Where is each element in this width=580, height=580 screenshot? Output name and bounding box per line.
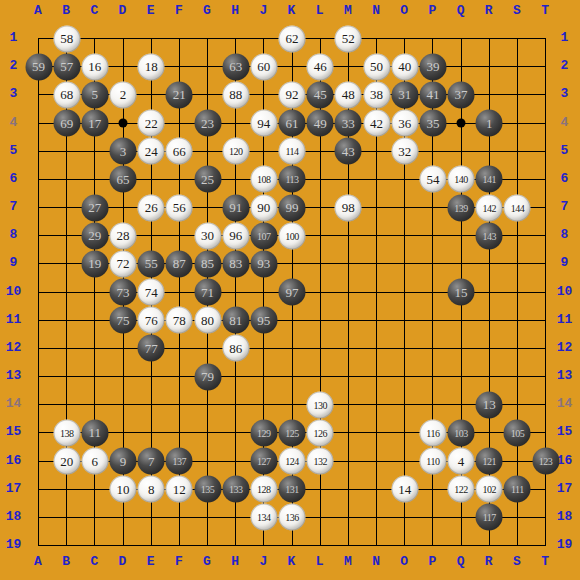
stone-black-103-Q15[interactable]: 103 (448, 419, 475, 446)
stone-black-143-R8[interactable]: 143 (476, 222, 503, 249)
stone-black-21-F3[interactable]: 21 (166, 81, 193, 108)
stone-black-123-T16[interactable]: 123 (532, 448, 559, 475)
stone-black-117-R18[interactable]: 117 (476, 504, 503, 531)
stone-white-130-L14[interactable]: 130 (307, 391, 334, 418)
stone-white-48-M3[interactable]: 48 (335, 81, 362, 108)
stone-black-29-C8[interactable]: 29 (81, 222, 108, 249)
stone-white-16-C2[interactable]: 16 (81, 53, 108, 80)
row-label-8-left: 8 (0, 228, 27, 242)
stone-black-73-D10[interactable]: 73 (110, 279, 137, 306)
col-label-D-top: D (109, 4, 137, 18)
stone-black-1-R4[interactable]: 1 (476, 110, 503, 137)
row-label-19-right: 19 (551, 538, 578, 552)
stone-white-68-B3[interactable]: 68 (53, 81, 80, 108)
stone-black-39-P2[interactable]: 39 (419, 53, 446, 80)
col-label-K-bottom: K (278, 555, 306, 569)
stone-white-4-Q16[interactable]: 4 (448, 448, 475, 475)
col-label-D-bottom: D (109, 555, 137, 569)
row-label-17-left: 17 (0, 482, 27, 496)
stone-white-92-K3[interactable]: 92 (279, 81, 306, 108)
row-label-13-left: 13 (0, 369, 27, 383)
col-label-E-top: E (137, 4, 165, 18)
stone-black-141-R6[interactable]: 141 (476, 166, 503, 193)
row-label-16-left: 16 (0, 454, 27, 468)
stone-black-7-E16[interactable]: 7 (138, 448, 165, 475)
stone-black-91-H7[interactable]: 91 (222, 194, 249, 221)
col-label-E-bottom: E (137, 555, 165, 569)
stone-white-76-E11[interactable]: 76 (138, 307, 165, 334)
stone-white-134-J18[interactable]: 134 (250, 504, 277, 531)
stone-black-37-Q3[interactable]: 37 (448, 81, 475, 108)
col-label-T-bottom: T (531, 555, 559, 569)
row-label-4-right: 4 (551, 116, 578, 130)
row-label-8-right: 8 (551, 228, 578, 242)
stone-white-46-L2[interactable]: 46 (307, 53, 334, 80)
stone-white-40-O2[interactable]: 40 (391, 53, 418, 80)
row-label-7-right: 7 (551, 200, 578, 214)
stone-black-31-O3[interactable]: 31 (391, 81, 418, 108)
col-label-Q-top: Q (447, 4, 475, 18)
stone-black-121-R16[interactable]: 121 (476, 448, 503, 475)
stone-black-25-G6[interactable]: 25 (194, 166, 221, 193)
col-label-N-top: N (362, 4, 390, 18)
stone-white-124-K16[interactable]: 124 (279, 448, 306, 475)
row-label-13-right: 13 (551, 369, 578, 383)
stone-black-23-G4[interactable]: 23 (194, 110, 221, 137)
stone-black-93-J9[interactable]: 93 (250, 250, 277, 277)
col-label-G-top: G (193, 4, 221, 18)
stone-white-62-K1[interactable]: 62 (279, 25, 306, 52)
stone-white-30-G8[interactable]: 30 (194, 222, 221, 249)
stone-black-43-M5[interactable]: 43 (335, 138, 362, 165)
stone-black-41-P3[interactable]: 41 (419, 81, 446, 108)
row-label-1-left: 1 (0, 31, 27, 45)
stone-black-45-L3[interactable]: 45 (307, 81, 334, 108)
col-label-A-bottom: A (24, 555, 52, 569)
col-label-A-top: A (24, 4, 52, 18)
col-label-F-top: F (165, 4, 193, 18)
col-label-F-bottom: F (165, 555, 193, 569)
row-label-2-left: 2 (0, 59, 27, 73)
stone-black-127-J16[interactable]: 127 (250, 448, 277, 475)
row-label-5-right: 5 (551, 144, 578, 158)
stone-black-83-H9[interactable]: 83 (222, 250, 249, 277)
stone-black-133-H17[interactable]: 133 (222, 476, 249, 503)
stone-white-98-M7[interactable]: 98 (335, 194, 362, 221)
col-label-C-bottom: C (80, 555, 108, 569)
row-label-14-left: 14 (0, 397, 27, 411)
col-label-Q-bottom: Q (447, 555, 475, 569)
stone-black-79-G13[interactable]: 79 (194, 363, 221, 390)
col-label-L-top: L (306, 4, 334, 18)
row-label-5-left: 5 (0, 144, 27, 158)
stone-black-9-D16[interactable]: 9 (110, 448, 137, 475)
col-label-L-bottom: L (306, 555, 334, 569)
stone-white-50-N2[interactable]: 50 (363, 53, 390, 80)
row-label-2-right: 2 (551, 59, 578, 73)
col-label-M-top: M (334, 4, 362, 18)
stone-white-96-H8[interactable]: 96 (222, 222, 249, 249)
stone-black-55-E9[interactable]: 55 (138, 250, 165, 277)
row-label-3-right: 3 (551, 87, 578, 101)
row-label-1-right: 1 (551, 31, 578, 45)
stone-black-11-C15[interactable]: 11 (81, 419, 108, 446)
col-label-R-bottom: R (475, 555, 503, 569)
stone-black-129-J15[interactable]: 129 (250, 419, 277, 446)
row-label-10-right: 10 (551, 285, 578, 299)
row-label-11-left: 11 (0, 313, 27, 327)
stone-black-65-D6[interactable]: 65 (110, 166, 137, 193)
stone-black-17-C4[interactable]: 17 (81, 110, 108, 137)
stone-white-132-L16[interactable]: 132 (307, 448, 334, 475)
stone-white-28-D8[interactable]: 28 (110, 222, 137, 249)
stone-black-81-H11[interactable]: 81 (222, 307, 249, 334)
stone-white-102-R17[interactable]: 102 (476, 476, 503, 503)
col-label-O-top: O (390, 4, 418, 18)
stone-black-71-G10[interactable]: 71 (194, 279, 221, 306)
row-label-4-left: 4 (0, 116, 27, 130)
stone-white-108-J6[interactable]: 108 (250, 166, 277, 193)
stone-black-99-K7[interactable]: 99 (279, 194, 306, 221)
stone-black-3-D5[interactable]: 3 (110, 138, 137, 165)
col-label-J-top: J (249, 4, 277, 18)
row-label-14-right: 14 (551, 397, 578, 411)
col-label-H-bottom: H (221, 555, 249, 569)
stone-black-131-K17[interactable]: 131 (279, 476, 306, 503)
stone-white-42-N4[interactable]: 42 (363, 110, 390, 137)
stone-white-94-J4[interactable]: 94 (250, 110, 277, 137)
stone-black-97-K10[interactable]: 97 (279, 279, 306, 306)
stone-black-13-R14[interactable]: 13 (476, 391, 503, 418)
stone-white-24-E5[interactable]: 24 (138, 138, 165, 165)
stone-white-86-H12[interactable]: 86 (222, 335, 249, 362)
stone-white-36-O4[interactable]: 36 (391, 110, 418, 137)
col-label-K-top: K (278, 4, 306, 18)
col-label-C-top: C (80, 4, 108, 18)
row-label-6-left: 6 (0, 172, 27, 186)
stone-white-18-E2[interactable]: 18 (138, 53, 165, 80)
row-label-3-left: 3 (0, 87, 27, 101)
hoshi-Q4 (457, 119, 466, 128)
stone-black-49-L4[interactable]: 49 (307, 110, 334, 137)
stone-black-113-K6[interactable]: 113 (279, 166, 306, 193)
stone-black-105-S15[interactable]: 105 (504, 419, 531, 446)
stone-black-5-C3[interactable]: 5 (81, 81, 108, 108)
stone-black-85-G9[interactable]: 85 (194, 250, 221, 277)
stone-black-57-B2[interactable]: 57 (53, 53, 80, 80)
stone-black-137-F16[interactable]: 137 (166, 448, 193, 475)
stone-white-38-N3[interactable]: 38 (363, 81, 390, 108)
col-label-R-top: R (475, 4, 503, 18)
stone-white-12-F17[interactable]: 12 (166, 476, 193, 503)
stone-white-136-K18[interactable]: 136 (279, 504, 306, 531)
stone-white-142-R7[interactable]: 142 (476, 194, 503, 221)
stone-white-90-J7[interactable]: 90 (250, 194, 277, 221)
col-label-O-bottom: O (390, 555, 418, 569)
stone-white-6-C16[interactable]: 6 (81, 448, 108, 475)
stone-black-15-Q10[interactable]: 15 (448, 279, 475, 306)
stone-white-60-J2[interactable]: 60 (250, 53, 277, 80)
stone-white-58-B1[interactable]: 58 (53, 25, 80, 52)
row-label-7-left: 7 (0, 200, 27, 214)
row-label-12-left: 12 (0, 341, 27, 355)
stone-white-78-F11[interactable]: 78 (166, 307, 193, 334)
stone-black-19-C9[interactable]: 19 (81, 250, 108, 277)
stone-black-35-P4[interactable]: 35 (419, 110, 446, 137)
stone-black-33-M4[interactable]: 33 (335, 110, 362, 137)
stone-white-122-Q17[interactable]: 122 (448, 476, 475, 503)
stone-black-61-K4[interactable]: 61 (279, 110, 306, 137)
row-label-18-left: 18 (0, 510, 27, 524)
stone-white-26-E7[interactable]: 26 (138, 194, 165, 221)
stone-white-144-S7[interactable]: 144 (504, 194, 531, 221)
col-label-S-top: S (503, 4, 531, 18)
stone-white-10-D17[interactable]: 10 (110, 476, 137, 503)
row-label-19-left: 19 (0, 538, 27, 552)
stone-white-110-P16[interactable]: 110 (419, 448, 446, 475)
stone-black-59-A2[interactable]: 59 (25, 53, 52, 80)
stone-white-8-E17[interactable]: 8 (138, 476, 165, 503)
stone-black-69-B4[interactable]: 69 (53, 110, 80, 137)
stone-black-77-E12[interactable]: 77 (138, 335, 165, 362)
row-label-15-left: 15 (0, 425, 27, 439)
row-label-9-right: 9 (551, 256, 578, 270)
stone-white-114-K5[interactable]: 114 (279, 138, 306, 165)
row-label-17-right: 17 (551, 482, 578, 496)
stone-white-80-G11[interactable]: 80 (194, 307, 221, 334)
row-label-10-left: 10 (0, 285, 27, 299)
row-label-15-right: 15 (551, 425, 578, 439)
go-board: AABBCCDDEEFFGGHHJJKKLLMMNNOOPPQQRRSSTT11… (0, 0, 580, 580)
stone-white-52-M1[interactable]: 52 (335, 25, 362, 52)
stone-white-128-J17[interactable]: 128 (250, 476, 277, 503)
hoshi-D4 (119, 119, 128, 128)
stone-white-140-Q6[interactable]: 140 (448, 166, 475, 193)
row-label-11-right: 11 (551, 313, 578, 327)
stone-black-107-J8[interactable]: 107 (250, 222, 277, 249)
stone-black-139-Q7[interactable]: 139 (448, 194, 475, 221)
col-label-P-bottom: P (418, 555, 446, 569)
col-label-H-top: H (221, 4, 249, 18)
stone-white-126-L15[interactable]: 126 (307, 419, 334, 446)
col-label-J-bottom: J (249, 555, 277, 569)
stone-white-100-K8[interactable]: 100 (279, 222, 306, 249)
stone-white-88-H3[interactable]: 88 (222, 81, 249, 108)
col-label-B-top: B (52, 4, 80, 18)
col-label-B-bottom: B (52, 555, 80, 569)
col-label-N-bottom: N (362, 555, 390, 569)
stone-black-125-K15[interactable]: 125 (279, 419, 306, 446)
stone-white-22-E4[interactable]: 22 (138, 110, 165, 137)
stone-black-135-G17[interactable]: 135 (194, 476, 221, 503)
row-label-18-right: 18 (551, 510, 578, 524)
stone-white-120-H5[interactable]: 120 (222, 138, 249, 165)
stone-black-111-S17[interactable]: 111 (504, 476, 531, 503)
stone-black-87-F9[interactable]: 87 (166, 250, 193, 277)
stone-white-32-O5[interactable]: 32 (391, 138, 418, 165)
stone-white-138-B15[interactable]: 138 (53, 419, 80, 446)
stone-white-54-P6[interactable]: 54 (419, 166, 446, 193)
stone-white-72-D9[interactable]: 72 (110, 250, 137, 277)
row-label-6-right: 6 (551, 172, 578, 186)
col-label-G-bottom: G (193, 555, 221, 569)
col-label-M-bottom: M (334, 555, 362, 569)
stone-white-20-B16[interactable]: 20 (53, 448, 80, 475)
stone-white-14-O17[interactable]: 14 (391, 476, 418, 503)
stone-black-63-H2[interactable]: 63 (222, 53, 249, 80)
col-label-T-top: T (531, 4, 559, 18)
row-label-12-right: 12 (551, 341, 578, 355)
stone-white-56-F7[interactable]: 56 (166, 194, 193, 221)
stone-black-95-J11[interactable]: 95 (250, 307, 277, 334)
stone-black-75-D11[interactable]: 75 (110, 307, 137, 334)
stone-white-66-F5[interactable]: 66 (166, 138, 193, 165)
col-label-P-top: P (418, 4, 446, 18)
row-label-9-left: 9 (0, 256, 27, 270)
stone-white-2-D3[interactable]: 2 (110, 81, 137, 108)
stone-white-74-E10[interactable]: 74 (138, 279, 165, 306)
col-label-S-bottom: S (503, 555, 531, 569)
stone-white-116-P15[interactable]: 116 (419, 419, 446, 446)
stone-black-27-C7[interactable]: 27 (81, 194, 108, 221)
